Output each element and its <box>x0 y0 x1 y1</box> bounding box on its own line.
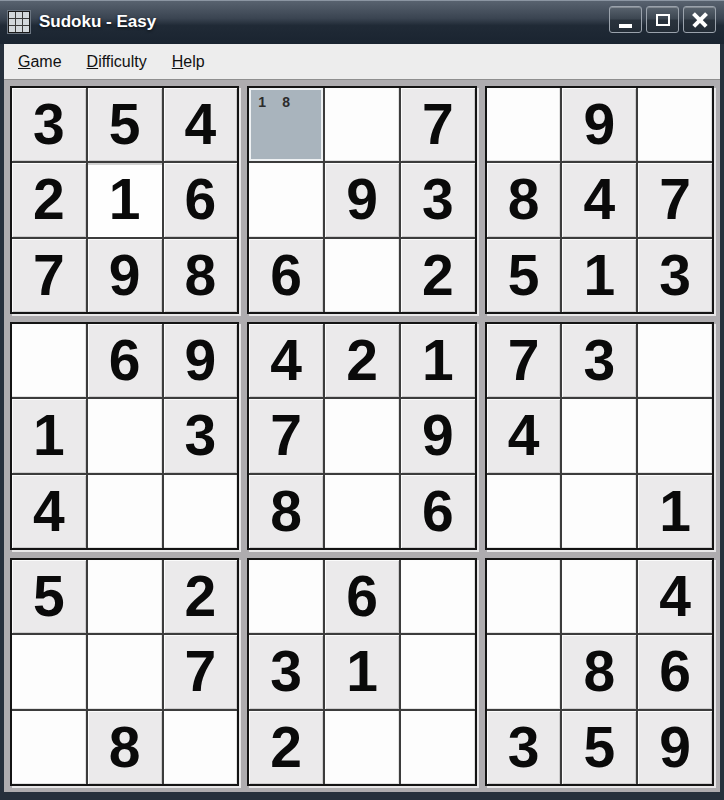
cell-r6c8[interactable] <box>562 475 636 548</box>
cell-r4c8[interactable]: 3 <box>562 324 636 397</box>
cell-r5c8[interactable] <box>562 399 636 472</box>
cell-r7c6[interactable] <box>401 560 475 633</box>
cell-r6c1[interactable]: 4 <box>12 475 86 548</box>
cell-r7c5[interactable]: 6 <box>325 560 399 633</box>
cell-r1c6[interactable]: 7 <box>401 88 475 161</box>
cell-r9c4[interactable]: 2 <box>249 711 323 784</box>
maximize-button[interactable] <box>646 6 679 33</box>
cell-r4c7[interactable]: 7 <box>487 324 561 397</box>
cell-r4c6[interactable]: 1 <box>401 324 475 397</box>
cell-r1c3[interactable]: 4 <box>164 88 238 161</box>
cell-r8c8[interactable]: 8 <box>562 635 636 708</box>
cell-r8c6[interactable] <box>401 635 475 708</box>
cell-r4c5[interactable]: 2 <box>325 324 399 397</box>
cell-r4c2[interactable]: 6 <box>88 324 162 397</box>
cell-r3c1[interactable]: 7 <box>12 239 86 312</box>
box-2-2: 4217986 <box>247 322 476 550</box>
box-3-1: 5278 <box>10 558 239 786</box>
cell-r5c4[interactable]: 7 <box>249 399 323 472</box>
cell-r6c2[interactable] <box>88 475 162 548</box>
cell-r5c3[interactable]: 3 <box>164 399 238 472</box>
cell-r5c6[interactable]: 9 <box>401 399 475 472</box>
cell-r5c5[interactable] <box>325 399 399 472</box>
minimize-button[interactable] <box>609 6 642 33</box>
window-content: GameDifficultyHelp 354216798187936298475… <box>4 44 720 792</box>
box-1-3: 9847513 <box>485 86 714 314</box>
cell-r6c5[interactable] <box>325 475 399 548</box>
cell-r3c2[interactable]: 9 <box>88 239 162 312</box>
cell-r1c8[interactable]: 9 <box>562 88 636 161</box>
cell-r9c5[interactable] <box>325 711 399 784</box>
cell-r5c1[interactable]: 1 <box>12 399 86 472</box>
cell-r1c2[interactable]: 5 <box>88 88 162 161</box>
cell-r3c9[interactable]: 3 <box>638 239 712 312</box>
board: 3542167981879362984751369134421798673415… <box>4 80 720 792</box>
cell-r8c5[interactable]: 1 <box>325 635 399 708</box>
cell-r2c1[interactable]: 2 <box>12 163 86 236</box>
cell-r2c5[interactable]: 9 <box>325 163 399 236</box>
cell-r9c6[interactable] <box>401 711 475 784</box>
cell-r6c6[interactable]: 6 <box>401 475 475 548</box>
box-3-3: 486359 <box>485 558 714 786</box>
cell-r4c9[interactable] <box>638 324 712 397</box>
box-1-1: 354216798 <box>10 86 239 314</box>
cell-r4c1[interactable] <box>12 324 86 397</box>
cell-r2c9[interactable]: 7 <box>638 163 712 236</box>
window-controls <box>609 6 716 33</box>
cell-r1c9[interactable] <box>638 88 712 161</box>
sudoku-grid-icon <box>8 11 30 33</box>
cell-r6c9[interactable]: 1 <box>638 475 712 548</box>
cell-r8c1[interactable] <box>12 635 86 708</box>
cell-r9c8[interactable]: 5 <box>562 711 636 784</box>
minimize-icon <box>619 24 632 28</box>
cell-r5c7[interactable]: 4 <box>487 399 561 472</box>
cell-r1c4[interactable]: 18 <box>249 88 323 161</box>
cell-r6c4[interactable]: 8 <box>249 475 323 548</box>
maximize-icon <box>656 14 670 26</box>
close-icon <box>692 12 708 28</box>
cell-r7c3[interactable]: 2 <box>164 560 238 633</box>
pencil-marks: 18 <box>258 95 290 109</box>
menu-item-difficulty[interactable]: Difficulty <box>80 48 154 76</box>
cell-r1c5[interactable] <box>325 88 399 161</box>
cell-r2c8[interactable]: 4 <box>562 163 636 236</box>
close-button[interactable] <box>683 6 716 33</box>
cell-r8c3[interactable]: 7 <box>164 635 238 708</box>
cell-r8c7[interactable] <box>487 635 561 708</box>
cell-r5c2[interactable] <box>88 399 162 472</box>
box-2-1: 69134 <box>10 322 239 550</box>
cell-r2c3[interactable]: 6 <box>164 163 238 236</box>
cell-r2c6[interactable]: 3 <box>401 163 475 236</box>
cell-r7c7[interactable] <box>487 560 561 633</box>
cell-r9c3[interactable] <box>164 711 238 784</box>
cell-r9c2[interactable]: 8 <box>88 711 162 784</box>
cell-r1c7[interactable] <box>487 88 561 161</box>
cell-r8c9[interactable]: 6 <box>638 635 712 708</box>
cell-r8c2[interactable] <box>88 635 162 708</box>
cell-r2c7[interactable]: 8 <box>487 163 561 236</box>
cell-r2c2[interactable]: 1 <box>88 163 162 236</box>
cell-r3c8[interactable]: 1 <box>562 239 636 312</box>
menu-item-game[interactable]: Game <box>11 48 69 76</box>
cell-r7c9[interactable]: 4 <box>638 560 712 633</box>
cell-r3c5[interactable] <box>325 239 399 312</box>
cell-r4c4[interactable]: 4 <box>249 324 323 397</box>
cell-r9c9[interactable]: 9 <box>638 711 712 784</box>
cell-r6c7[interactable] <box>487 475 561 548</box>
cell-r3c4[interactable]: 6 <box>249 239 323 312</box>
cell-r4c3[interactable]: 9 <box>164 324 238 397</box>
app-window: Sudoku - Easy GameDifficultyHelp 3542167… <box>0 0 724 800</box>
cell-r7c2[interactable] <box>88 560 162 633</box>
cell-r1c1[interactable]: 3 <box>12 88 86 161</box>
box-2-3: 7341 <box>485 322 714 550</box>
cell-r6c3[interactable] <box>164 475 238 548</box>
cell-r8c4[interactable]: 3 <box>249 635 323 708</box>
menubar: GameDifficultyHelp <box>4 44 720 80</box>
cell-r9c1[interactable] <box>12 711 86 784</box>
cell-r9c7[interactable]: 3 <box>487 711 561 784</box>
cell-r2c4[interactable] <box>249 163 323 236</box>
cell-r7c4[interactable] <box>249 560 323 633</box>
cell-r3c7[interactable]: 5 <box>487 239 561 312</box>
menu-item-help[interactable]: Help <box>165 48 212 76</box>
cell-r5c9[interactable] <box>638 399 712 472</box>
titlebar: Sudoku - Easy <box>0 0 724 44</box>
cell-r3c6[interactable]: 2 <box>401 239 475 312</box>
box-1-2: 1879362 <box>247 86 476 314</box>
cell-r3c3[interactable]: 8 <box>164 239 238 312</box>
cell-r7c1[interactable]: 5 <box>12 560 86 633</box>
box-3-2: 6312 <box>247 558 476 786</box>
cell-r7c8[interactable] <box>562 560 636 633</box>
window-title: Sudoku - Easy <box>39 12 156 32</box>
